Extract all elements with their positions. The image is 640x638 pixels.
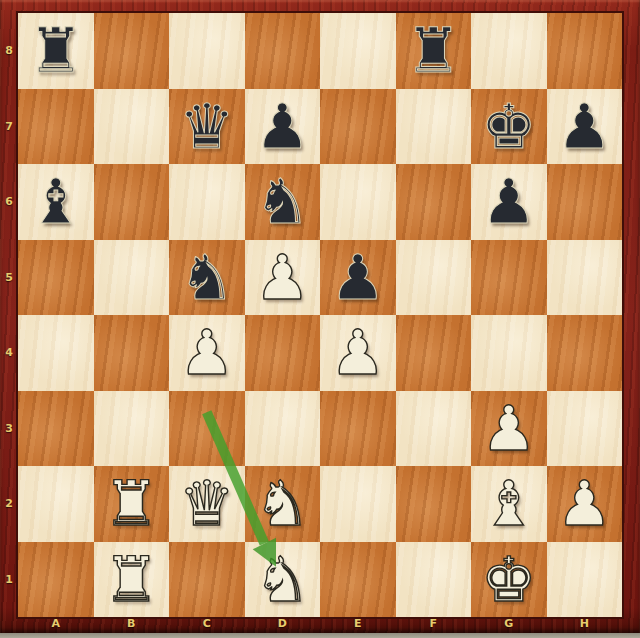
square-g1[interactable]: ♚ (471, 542, 547, 618)
square-e4[interactable]: ♟ (320, 315, 396, 391)
square-f1[interactable] (396, 542, 472, 618)
square-g8[interactable] (471, 13, 547, 89)
white-pawn-icon[interactable]: ♟ (556, 466, 612, 541)
white-pawn-icon[interactable]: ♟ (179, 315, 235, 390)
rank-label-4: 4 (0, 347, 18, 358)
square-h1[interactable] (547, 542, 623, 618)
square-c4[interactable]: ♟ (169, 315, 245, 391)
file-label-d: D (272, 618, 292, 629)
file-label-c: C (197, 618, 217, 629)
rank-label-2: 2 (0, 498, 18, 509)
file-label-g: G (499, 618, 519, 629)
square-a1[interactable] (18, 542, 94, 618)
square-h7[interactable]: ♟ (547, 89, 623, 165)
square-f5[interactable] (396, 240, 472, 316)
square-c7[interactable]: ♛ (169, 89, 245, 165)
square-h2[interactable]: ♟ (547, 466, 623, 542)
square-b7[interactable] (94, 89, 170, 165)
square-b2[interactable]: ♜ (94, 466, 170, 542)
file-label-f: F (423, 618, 443, 629)
square-a2[interactable] (18, 466, 94, 542)
square-d3[interactable] (245, 391, 321, 467)
white-knight-icon[interactable]: ♞ (254, 466, 310, 541)
square-h8[interactable] (547, 13, 623, 89)
square-h6[interactable] (547, 164, 623, 240)
square-d1[interactable]: ♞ (245, 542, 321, 618)
square-h5[interactable] (547, 240, 623, 316)
rank-label-1: 1 (0, 574, 18, 585)
black-rook-icon[interactable]: ♜ (405, 13, 461, 88)
rank-label-6: 6 (0, 196, 18, 207)
file-label-e: E (348, 618, 368, 629)
square-e2[interactable] (320, 466, 396, 542)
white-king-icon[interactable]: ♚ (481, 542, 537, 617)
black-pawn-icon[interactable]: ♟ (481, 164, 537, 239)
square-b6[interactable] (94, 164, 170, 240)
square-e8[interactable] (320, 13, 396, 89)
square-a6[interactable]: ♝ (18, 164, 94, 240)
black-pawn-icon[interactable]: ♟ (556, 89, 612, 164)
square-h4[interactable] (547, 315, 623, 391)
square-g3[interactable]: ♟ (471, 391, 547, 467)
square-g4[interactable] (471, 315, 547, 391)
square-b1[interactable]: ♜ (94, 542, 170, 618)
square-d2[interactable]: ♞ (245, 466, 321, 542)
black-king-icon[interactable]: ♚ (481, 89, 537, 164)
square-g2[interactable]: ♝ (471, 466, 547, 542)
rank-label-3: 3 (0, 423, 18, 434)
white-pawn-icon[interactable]: ♟ (254, 240, 310, 315)
table-edge (0, 633, 640, 638)
white-pawn-icon[interactable]: ♟ (330, 315, 386, 390)
square-c5[interactable]: ♞ (169, 240, 245, 316)
white-pawn-icon[interactable]: ♟ (481, 391, 537, 466)
square-d4[interactable] (245, 315, 321, 391)
square-f4[interactable] (396, 315, 472, 391)
square-g5[interactable] (471, 240, 547, 316)
square-c3[interactable] (169, 391, 245, 467)
square-h3[interactable] (547, 391, 623, 467)
square-d6[interactable]: ♞ (245, 164, 321, 240)
square-c2[interactable]: ♛ (169, 466, 245, 542)
square-g7[interactable]: ♚ (471, 89, 547, 165)
file-label-b: B (121, 618, 141, 629)
square-f7[interactable] (396, 89, 472, 165)
square-d5[interactable]: ♟ (245, 240, 321, 316)
black-bishop-icon[interactable]: ♝ (28, 164, 84, 239)
square-e5[interactable]: ♟ (320, 240, 396, 316)
white-rook-icon[interactable]: ♜ (103, 542, 159, 617)
square-a8[interactable]: ♜ (18, 13, 94, 89)
square-e6[interactable] (320, 164, 396, 240)
square-g6[interactable]: ♟ (471, 164, 547, 240)
square-d8[interactable] (245, 13, 321, 89)
chess-app: ♜♜♛♟♚♟♝♞♟♞♟♟♟♟♟♜♛♞♝♟♜♞♚ 87654321ABCDEFGH (0, 0, 640, 638)
square-f8[interactable]: ♜ (396, 13, 472, 89)
square-f2[interactable] (396, 466, 472, 542)
black-knight-icon[interactable]: ♞ (179, 240, 235, 315)
square-a5[interactable] (18, 240, 94, 316)
white-rook-icon[interactable]: ♜ (103, 466, 159, 541)
file-label-a: A (46, 618, 66, 629)
square-a4[interactable] (18, 315, 94, 391)
square-f3[interactable] (396, 391, 472, 467)
white-bishop-icon[interactable]: ♝ (481, 466, 537, 541)
square-c8[interactable] (169, 13, 245, 89)
rank-label-7: 7 (0, 121, 18, 132)
square-e3[interactable] (320, 391, 396, 467)
square-b4[interactable] (94, 315, 170, 391)
white-queen-icon[interactable]: ♛ (179, 466, 235, 541)
chess-board: ♜♜♛♟♚♟♝♞♟♞♟♟♟♟♟♜♛♞♝♟♜♞♚ (18, 13, 622, 617)
file-label-h: H (574, 618, 594, 629)
black-rook-icon[interactable]: ♜ (28, 13, 84, 88)
square-c6[interactable] (169, 164, 245, 240)
square-b3[interactable] (94, 391, 170, 467)
rank-label-8: 8 (0, 45, 18, 56)
square-c1[interactable] (169, 542, 245, 618)
black-queen-icon[interactable]: ♛ (179, 89, 235, 164)
black-pawn-icon[interactable]: ♟ (330, 240, 386, 315)
black-pawn-icon[interactable]: ♟ (254, 89, 310, 164)
square-e7[interactable] (320, 89, 396, 165)
square-a7[interactable] (18, 89, 94, 165)
rank-label-5: 5 (0, 272, 18, 283)
white-knight-icon[interactable]: ♞ (254, 542, 310, 617)
square-b5[interactable] (94, 240, 170, 316)
square-f6[interactable] (396, 164, 472, 240)
black-knight-icon[interactable]: ♞ (254, 164, 310, 239)
square-e1[interactable] (320, 542, 396, 618)
square-d7[interactable]: ♟ (245, 89, 321, 165)
square-a3[interactable] (18, 391, 94, 467)
square-b8[interactable] (94, 13, 170, 89)
